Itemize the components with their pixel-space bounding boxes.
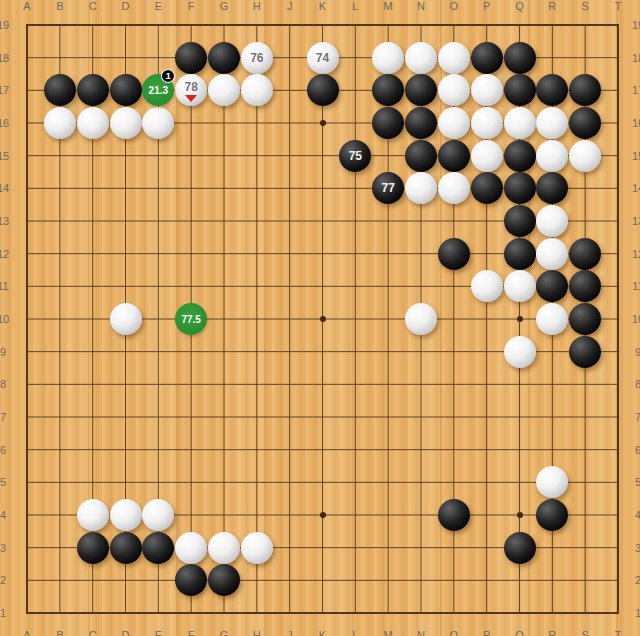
stone-B17-black[interactable] (44, 74, 76, 106)
coord-right-2: 2 (628, 574, 640, 586)
stone-Q13-black[interactable] (504, 205, 536, 237)
coord-top-S: S (575, 0, 595, 12)
stone-O12-black[interactable] (438, 238, 470, 270)
coord-bottom-L: L (345, 629, 365, 636)
stone-N16-black[interactable] (405, 107, 437, 139)
stone-N14-white[interactable] (405, 172, 437, 204)
coord-right-18: 18 (628, 52, 640, 64)
move-number-label: 77 (381, 182, 394, 194)
stone-R14-black[interactable] (536, 172, 568, 204)
stone-R17-black[interactable] (536, 74, 568, 106)
stone-S17-black[interactable] (569, 74, 601, 106)
stone-K18-white[interactable]: 74 (307, 42, 339, 74)
stone-R11-black[interactable] (536, 270, 568, 302)
move-number-label: 78 (184, 81, 197, 93)
stone-C3-black[interactable] (77, 532, 109, 564)
coord-left-18: 18 (0, 52, 13, 64)
coord-top-O: O (444, 0, 464, 12)
stone-C17-black[interactable] (77, 74, 109, 106)
stone-E16-white[interactable] (142, 107, 174, 139)
stone-H18-white[interactable]: 76 (241, 42, 273, 74)
coord-left-13: 13 (0, 215, 13, 227)
coord-left-1: 1 (0, 607, 13, 619)
stone-O18-white[interactable] (438, 42, 470, 74)
stone-F17-white[interactable]: 78 (175, 74, 207, 106)
coord-left-12: 12 (0, 248, 13, 260)
coord-bottom-G: G (214, 629, 234, 636)
coord-right-12: 12 (628, 248, 640, 260)
coord-bottom-C: C (83, 629, 103, 636)
stone-K17-black[interactable] (307, 74, 339, 106)
coord-right-11: 11 (628, 280, 640, 292)
stone-S9-black[interactable] (569, 336, 601, 368)
coord-right-15: 15 (628, 150, 640, 162)
stone-D10-white[interactable] (110, 303, 142, 335)
stone-G18-black[interactable] (208, 42, 240, 74)
coord-top-B: B (50, 0, 70, 12)
stone-S16-black[interactable] (569, 107, 601, 139)
stone-R5-white[interactable] (536, 466, 568, 498)
stone-P14-black[interactable] (471, 172, 503, 204)
ai-suggestion-F10[interactable]: 77.5 (175, 303, 207, 335)
stone-N10-white[interactable] (405, 303, 437, 335)
stone-R12-white[interactable] (536, 238, 568, 270)
coord-bottom-J: J (280, 629, 300, 636)
coord-right-3: 3 (628, 542, 640, 554)
stone-D17-black[interactable] (110, 74, 142, 106)
coord-bottom-R: R (542, 629, 562, 636)
stone-O16-white[interactable] (438, 107, 470, 139)
coord-top-D: D (116, 0, 136, 12)
coord-top-F: F (181, 0, 201, 12)
stone-L15-black[interactable]: 75 (339, 140, 371, 172)
coord-right-8: 8 (628, 378, 640, 390)
stone-Q3-black[interactable] (504, 532, 536, 564)
stone-S11-black[interactable] (569, 270, 601, 302)
stone-P11-white[interactable] (471, 270, 503, 302)
stone-S12-black[interactable] (569, 238, 601, 270)
stone-R13-white[interactable] (536, 205, 568, 237)
coord-left-8: 8 (0, 378, 13, 390)
move-number-label: 76 (250, 52, 263, 64)
stone-Q9-white[interactable] (504, 336, 536, 368)
ai-suggestion-E17[interactable]: 21.31 (142, 74, 174, 106)
coord-right-13: 13 (628, 215, 640, 227)
coord-top-L: L (345, 0, 365, 12)
stone-G17-white[interactable] (208, 74, 240, 106)
stone-S10-black[interactable] (569, 303, 601, 335)
coord-top-H: H (247, 0, 267, 12)
star-point-Q4 (517, 512, 523, 518)
coord-left-15: 15 (0, 150, 13, 162)
coord-left-10: 10 (0, 313, 13, 325)
stone-P15-white[interactable] (471, 140, 503, 172)
stone-O4-black[interactable] (438, 499, 470, 531)
coord-left-9: 9 (0, 346, 13, 358)
ai-suggestion-value: 21.3 (149, 85, 168, 96)
coord-left-6: 6 (0, 444, 13, 456)
coord-top-P: P (477, 0, 497, 12)
star-point-K16 (320, 120, 326, 126)
coord-top-N: N (411, 0, 431, 12)
goban[interactable]: 767478757721.3177.5AABBCCDDEEFFGGHHJJKKL… (0, 0, 640, 636)
coord-top-K: K (313, 0, 333, 12)
coord-left-14: 14 (0, 182, 13, 194)
coord-bottom-P: P (477, 629, 497, 636)
coord-left-19: 19 (0, 19, 13, 31)
move-number-label: 74 (316, 52, 329, 64)
last-move-triangle-icon (185, 95, 197, 102)
stone-F2-black[interactable] (175, 564, 207, 596)
coord-right-5: 5 (628, 476, 640, 488)
stone-M18-white[interactable] (372, 42, 404, 74)
coord-bottom-T: T (608, 629, 628, 636)
stone-Q15-black[interactable] (504, 140, 536, 172)
stone-Q16-white[interactable] (504, 107, 536, 139)
ai-suggestion-value: 77.5 (181, 314, 200, 325)
stone-H3-white[interactable] (241, 532, 273, 564)
stone-R4-black[interactable] (536, 499, 568, 531)
star-point-Q10 (517, 316, 523, 322)
stone-H17-white[interactable] (241, 74, 273, 106)
coord-right-7: 7 (628, 411, 640, 423)
coord-top-T: T (608, 0, 628, 12)
stone-E4-white[interactable] (142, 499, 174, 531)
coord-top-E: E (148, 0, 168, 12)
coord-bottom-H: H (247, 629, 267, 636)
stone-D3-black[interactable] (110, 532, 142, 564)
coord-right-9: 9 (628, 346, 640, 358)
coord-left-7: 7 (0, 411, 13, 423)
coord-bottom-E: E (148, 629, 168, 636)
coord-left-11: 11 (0, 280, 13, 292)
coord-top-R: R (542, 0, 562, 12)
coord-bottom-F: F (181, 629, 201, 636)
stone-R10-white[interactable] (536, 303, 568, 335)
stone-F18-black[interactable] (175, 42, 207, 74)
coord-top-G: G (214, 0, 234, 12)
stone-E3-black[interactable] (142, 532, 174, 564)
stone-O17-white[interactable] (438, 74, 470, 106)
coord-right-17: 17 (628, 84, 640, 96)
ai-suggestion-rank-badge: 1 (161, 69, 175, 83)
stone-N18-white[interactable] (405, 42, 437, 74)
stone-Q18-black[interactable] (504, 42, 536, 74)
stone-P18-black[interactable] (471, 42, 503, 74)
coord-left-2: 2 (0, 574, 13, 586)
stone-P17-white[interactable] (471, 74, 503, 106)
stone-S15-white[interactable] (569, 140, 601, 172)
coord-bottom-S: S (575, 629, 595, 636)
stone-C16-white[interactable] (77, 107, 109, 139)
coord-left-17: 17 (0, 84, 13, 96)
stone-B16-white[interactable] (44, 107, 76, 139)
stone-P16-white[interactable] (471, 107, 503, 139)
coord-right-1: 1 (628, 607, 640, 619)
coord-right-16: 16 (628, 117, 640, 129)
stone-O15-black[interactable] (438, 140, 470, 172)
coord-right-4: 4 (628, 509, 640, 521)
stone-F3-white[interactable] (175, 532, 207, 564)
coord-top-M: M (378, 0, 398, 12)
stone-N17-black[interactable] (405, 74, 437, 106)
coord-right-19: 19 (628, 19, 640, 31)
star-point-K4 (320, 512, 326, 518)
coord-right-6: 6 (628, 444, 640, 456)
coord-top-J: J (280, 0, 300, 12)
coord-left-4: 4 (0, 509, 13, 521)
stone-R16-white[interactable] (536, 107, 568, 139)
coord-top-Q: Q (510, 0, 530, 12)
coord-top-C: C (83, 0, 103, 12)
coord-bottom-O: O (444, 629, 464, 636)
star-point-K10 (320, 316, 326, 322)
stone-M17-black[interactable] (372, 74, 404, 106)
coord-bottom-A: A (17, 629, 37, 636)
coord-bottom-Q: Q (510, 629, 530, 636)
stone-Q17-black[interactable] (504, 74, 536, 106)
stone-M14-black[interactable]: 77 (372, 172, 404, 204)
stone-R15-white[interactable] (536, 140, 568, 172)
coord-right-10: 10 (628, 313, 640, 325)
coord-bottom-K: K (313, 629, 333, 636)
coord-left-16: 16 (0, 117, 13, 129)
coord-bottom-B: B (50, 629, 70, 636)
stone-Q14-black[interactable] (504, 172, 536, 204)
coord-top-A: A (17, 0, 37, 12)
stone-C4-white[interactable] (77, 499, 109, 531)
stone-G2-black[interactable] (208, 564, 240, 596)
coord-bottom-M: M (378, 629, 398, 636)
stone-M16-black[interactable] (372, 107, 404, 139)
stone-Q12-black[interactable] (504, 238, 536, 270)
coord-left-5: 5 (0, 476, 13, 488)
coord-left-3: 3 (0, 542, 13, 554)
move-number-label: 75 (349, 150, 362, 162)
stone-O14-white[interactable] (438, 172, 470, 204)
coord-right-14: 14 (628, 182, 640, 194)
coord-bottom-D: D (116, 629, 136, 636)
stone-D16-white[interactable] (110, 107, 142, 139)
coord-bottom-N: N (411, 629, 431, 636)
stone-D4-white[interactable] (110, 499, 142, 531)
stone-Q11-white[interactable] (504, 270, 536, 302)
stone-G3-white[interactable] (208, 532, 240, 564)
stone-N15-black[interactable] (405, 140, 437, 172)
